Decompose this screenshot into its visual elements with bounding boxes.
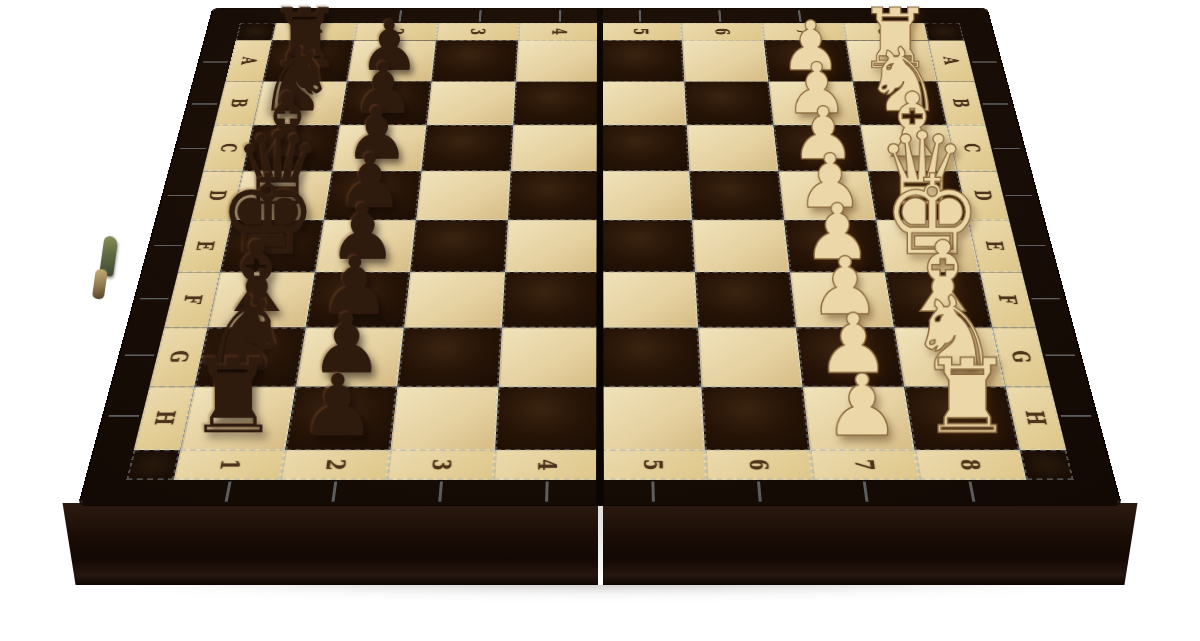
coord-label-bottom-4: 4 (532, 459, 562, 470)
square-a5[interactable] (600, 40, 684, 81)
coord-label-top-3: 3 (466, 28, 489, 35)
coord-label-top-6: 6 (711, 28, 734, 35)
square-b6[interactable] (684, 82, 773, 126)
square-b5[interactable] (600, 82, 687, 126)
square-f5[interactable] (600, 272, 698, 327)
square-g4[interactable] (499, 328, 600, 387)
square-h4[interactable] (495, 387, 600, 450)
piece-light-pawn-h7[interactable]: ♟ (824, 363, 901, 448)
coord-label-bottom-3: 3 (426, 459, 456, 470)
square-e3[interactable] (410, 220, 508, 272)
coord-label-top-4: 4 (548, 28, 571, 35)
coord-band-cell: 5 (600, 450, 707, 480)
square-e4[interactable] (505, 220, 600, 272)
square-c3[interactable] (421, 125, 513, 171)
square-c5[interactable] (600, 125, 689, 171)
frame-corner (1020, 450, 1074, 480)
coord-band-cell: 4 (493, 450, 600, 480)
coord-label-bottom-6: 6 (744, 459, 774, 470)
coord-band-cell: 5 (600, 23, 682, 41)
coord-band-cell: 1 (174, 450, 286, 480)
square-b4[interactable] (513, 82, 600, 126)
coord-label-bottom-2: 2 (320, 459, 351, 470)
coord-band-cell: H (1006, 387, 1067, 450)
square-c6[interactable] (687, 125, 779, 171)
square-d5[interactable] (600, 171, 692, 220)
coord-band-cell: 4 (518, 23, 600, 41)
coord-label-top-5: 5 (629, 28, 652, 35)
square-e6[interactable] (692, 220, 790, 272)
square-d3[interactable] (416, 171, 511, 220)
photo-scene: 12345678A♜♟♟♜AB♞♟♟♞BC♝♟♟♝CD♛♟♟♛DE♚♟♟♚EF♝… (0, 0, 1200, 641)
frame-corner (126, 450, 180, 480)
piece-light-rook-h8[interactable]: ♜ (921, 346, 1013, 449)
square-h7[interactable]: ♟ (803, 387, 915, 450)
coord-label-left-H: H (148, 411, 180, 425)
piece-dark-rook-h1[interactable]: ♜ (187, 346, 279, 449)
coord-band-cell: 3 (436, 23, 519, 41)
brass-clasp (88, 234, 127, 304)
square-h8[interactable]: ♜ (904, 387, 1020, 450)
square-e5[interactable] (600, 220, 695, 272)
coord-band-cell: 7 (810, 450, 920, 480)
square-g6[interactable] (698, 328, 803, 387)
clasp-pin (92, 268, 108, 299)
chess-board: 12345678A♜♟♟♜AB♞♟♟♞BC♝♟♟♝CD♛♟♟♛DE♚♟♟♚EF♝… (80, 8, 1120, 505)
coord-band-cell: 2 (280, 450, 390, 480)
square-f6[interactable] (695, 272, 796, 327)
coord-label-right-H: H (1019, 411, 1051, 425)
coord-band-cell: 8 (915, 450, 1027, 480)
coord-band-cell: 6 (705, 450, 813, 480)
square-a3[interactable] (431, 40, 518, 81)
coord-label-bottom-1: 1 (214, 459, 246, 470)
square-g5[interactable] (600, 328, 701, 387)
square-a6[interactable] (682, 40, 769, 81)
coord-band-cell: 6 (681, 23, 764, 41)
coord-label-bottom-8: 8 (954, 459, 986, 470)
coord-band-cell: 3 (387, 450, 495, 480)
box-front-face (56, 503, 1144, 585)
square-d4[interactable] (508, 171, 600, 220)
coord-label-bottom-7: 7 (849, 459, 880, 470)
square-h1[interactable]: ♜ (180, 387, 296, 450)
piece-dark-pawn-h2[interactable]: ♟ (300, 363, 377, 448)
square-h6[interactable] (701, 387, 809, 450)
box-fold-gap (598, 503, 603, 585)
square-a4[interactable] (516, 40, 600, 81)
square-b3[interactable] (427, 82, 516, 126)
coord-band-cell: H (134, 387, 195, 450)
coord-label-bottom-5: 5 (638, 459, 668, 470)
square-h3[interactable] (390, 387, 498, 450)
square-h5[interactable] (600, 387, 705, 450)
square-f3[interactable] (404, 272, 505, 327)
square-h2[interactable]: ♟ (285, 387, 397, 450)
square-g3[interactable] (397, 328, 502, 387)
square-d6[interactable] (689, 171, 784, 220)
square-f4[interactable] (502, 272, 600, 327)
square-c4[interactable] (511, 125, 600, 171)
